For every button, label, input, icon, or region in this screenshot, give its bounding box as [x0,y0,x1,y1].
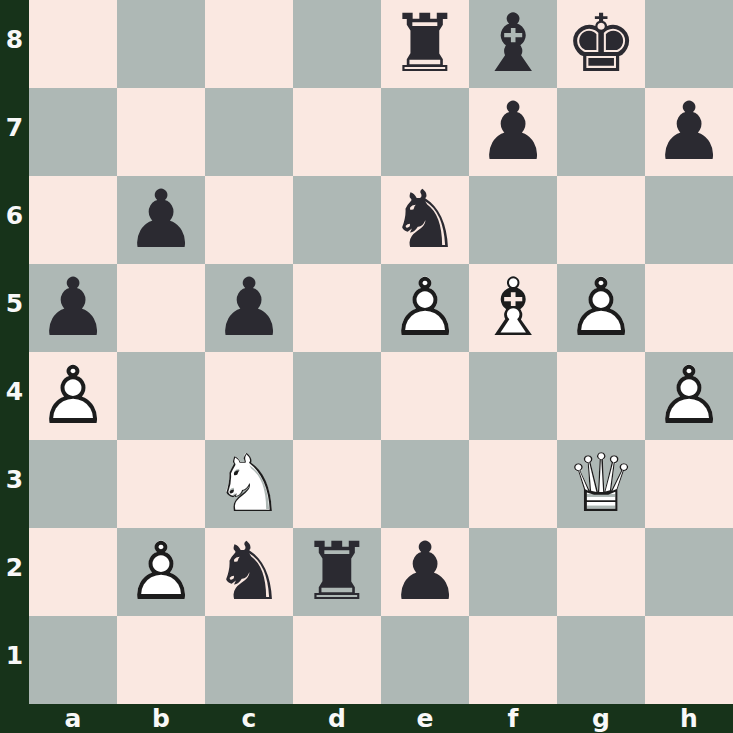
square-d1[interactable] [293,616,381,704]
white-queen-g3[interactable]: ♛♕ [557,440,645,528]
rank-labels: 87654321 [0,0,29,704]
piece-fill-glyph: ♞ [381,176,469,264]
piece-outline-glyph: ♙ [117,528,205,616]
square-f3[interactable] [469,440,557,528]
rank-label-4: 4 [0,352,29,440]
square-f2[interactable] [469,528,557,616]
square-e6[interactable]: ♞ [381,176,469,264]
square-d5[interactable] [293,264,381,352]
piece-fill-glyph: ♞ [205,528,293,616]
piece-outline-glyph: ♙ [381,264,469,352]
square-g8[interactable]: ♚ [557,0,645,88]
square-f7[interactable]: ♟ [469,88,557,176]
piece-fill-glyph: ♟ [117,176,205,264]
square-c5[interactable]: ♟ [205,264,293,352]
white-pawn-a4[interactable]: ♟♙ [29,352,117,440]
black-rook-d2[interactable]: ♜ [293,528,381,616]
white-pawn-e5[interactable]: ♟♙ [381,264,469,352]
square-h7[interactable]: ♟ [645,88,733,176]
square-d3[interactable] [293,440,381,528]
rank-label-5: 5 [0,264,29,352]
square-b1[interactable] [117,616,205,704]
black-pawn-f7[interactable]: ♟ [469,88,557,176]
square-g1[interactable] [557,616,645,704]
square-g2[interactable] [557,528,645,616]
square-g5[interactable]: ♟♙ [557,264,645,352]
square-h3[interactable] [645,440,733,528]
square-c2[interactable]: ♞ [205,528,293,616]
square-b5[interactable] [117,264,205,352]
square-e5[interactable]: ♟♙ [381,264,469,352]
piece-fill-glyph: ♟ [29,264,117,352]
square-a2[interactable] [29,528,117,616]
square-d8[interactable] [293,0,381,88]
file-label-e: e [381,704,469,733]
black-knight-e6[interactable]: ♞ [381,176,469,264]
square-a6[interactable] [29,176,117,264]
square-e8[interactable]: ♜ [381,0,469,88]
square-g7[interactable] [557,88,645,176]
square-b8[interactable] [117,0,205,88]
square-g4[interactable] [557,352,645,440]
file-label-c: c [205,704,293,733]
piece-fill-glyph: ♟ [469,88,557,176]
white-pawn-g5[interactable]: ♟♙ [557,264,645,352]
black-pawn-b6[interactable]: ♟ [117,176,205,264]
file-label-h: h [645,704,733,733]
white-knight-c3[interactable]: ♞♘ [205,440,293,528]
piece-fill-glyph: ♝ [469,0,557,88]
piece-fill-glyph: ♜ [293,528,381,616]
square-a1[interactable] [29,616,117,704]
black-pawn-e2[interactable]: ♟ [381,528,469,616]
chessboard-frame: 87654321 ♜♝♚♟♟♟♞♟♟♟♙♝♗♟♙♟♙♟♙♞♘♛♕♟♙♞♜♟ ab… [0,0,733,733]
square-e4[interactable] [381,352,469,440]
chess-board: ♜♝♚♟♟♟♞♟♟♟♙♝♗♟♙♟♙♟♙♞♘♛♕♟♙♞♜♟ [29,0,733,704]
square-b7[interactable] [117,88,205,176]
piece-outline-glyph: ♕ [557,440,645,528]
file-label-a: a [29,704,117,733]
square-c8[interactable] [205,0,293,88]
square-d4[interactable] [293,352,381,440]
square-h1[interactable] [645,616,733,704]
piece-fill-glyph: ♚ [557,0,645,88]
piece-fill-glyph: ♟ [381,528,469,616]
square-a3[interactable] [29,440,117,528]
black-knight-c2[interactable]: ♞ [205,528,293,616]
square-f8[interactable]: ♝ [469,0,557,88]
square-h2[interactable] [645,528,733,616]
rank-label-2: 2 [0,528,29,616]
square-e1[interactable] [381,616,469,704]
square-c3[interactable]: ♞♘ [205,440,293,528]
piece-outline-glyph: ♙ [557,264,645,352]
rank-label-8: 8 [0,0,29,88]
square-h8[interactable] [645,0,733,88]
piece-outline-glyph: ♗ [469,264,557,352]
square-d7[interactable] [293,88,381,176]
square-b4[interactable] [117,352,205,440]
square-d6[interactable] [293,176,381,264]
rank-label-1: 1 [0,616,29,704]
square-h4[interactable]: ♟♙ [645,352,733,440]
square-a7[interactable] [29,88,117,176]
black-pawn-c5[interactable]: ♟ [205,264,293,352]
black-pawn-a5[interactable]: ♟ [29,264,117,352]
square-c1[interactable] [205,616,293,704]
square-a5[interactable]: ♟ [29,264,117,352]
square-e2[interactable]: ♟ [381,528,469,616]
piece-fill-glyph: ♟ [205,264,293,352]
file-label-g: g [557,704,645,733]
black-pawn-h7[interactable]: ♟ [645,88,733,176]
square-f6[interactable] [469,176,557,264]
square-d2[interactable]: ♜ [293,528,381,616]
white-pawn-b2[interactable]: ♟♙ [117,528,205,616]
file-labels: abcdefgh [29,704,733,733]
file-label-f: f [469,704,557,733]
square-h5[interactable] [645,264,733,352]
black-rook-e8[interactable]: ♜ [381,0,469,88]
file-label-d: d [293,704,381,733]
square-c6[interactable] [205,176,293,264]
square-h6[interactable] [645,176,733,264]
square-g3[interactable]: ♛♕ [557,440,645,528]
square-b6[interactable]: ♟ [117,176,205,264]
square-c7[interactable] [205,88,293,176]
piece-outline-glyph: ♘ [205,440,293,528]
piece-fill-glyph: ♟ [645,88,733,176]
file-label-b: b [117,704,205,733]
square-b3[interactable] [117,440,205,528]
square-b2[interactable]: ♟♙ [117,528,205,616]
square-g6[interactable] [557,176,645,264]
rank-label-6: 6 [0,176,29,264]
white-pawn-h4[interactable]: ♟♙ [645,352,733,440]
square-a4[interactable]: ♟♙ [29,352,117,440]
rank-label-3: 3 [0,440,29,528]
rank-label-7: 7 [0,88,29,176]
square-a8[interactable] [29,0,117,88]
piece-fill-glyph: ♜ [381,0,469,88]
piece-outline-glyph: ♙ [645,352,733,440]
black-bishop-f8[interactable]: ♝ [469,0,557,88]
square-e7[interactable] [381,88,469,176]
piece-outline-glyph: ♙ [29,352,117,440]
square-e3[interactable] [381,440,469,528]
square-f5[interactable]: ♝♗ [469,264,557,352]
square-f4[interactable] [469,352,557,440]
white-bishop-f5[interactable]: ♝♗ [469,264,557,352]
black-king-g8[interactable]: ♚ [557,0,645,88]
square-c4[interactable] [205,352,293,440]
square-f1[interactable] [469,616,557,704]
